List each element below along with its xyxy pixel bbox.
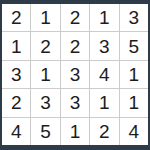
puzzle-grid: 2121312235313412331145124 xyxy=(2,4,148,145)
cell-r2c3[interactable]: 2 xyxy=(61,32,89,59)
cell-r2c5[interactable]: 5 xyxy=(120,32,148,59)
cell-r3c2[interactable]: 1 xyxy=(31,61,59,88)
cell-r1c5[interactable]: 3 xyxy=(120,4,148,31)
cell-r1c1[interactable]: 2 xyxy=(2,4,30,31)
cell-r4c3[interactable]: 3 xyxy=(61,89,89,116)
puzzle-board-frame: 2121312235313412331145124 xyxy=(0,0,150,150)
cell-r3c5[interactable]: 1 xyxy=(120,61,148,88)
cell-r2c2[interactable]: 2 xyxy=(31,32,59,59)
cell-r4c5[interactable]: 1 xyxy=(120,89,148,116)
cell-r5c4[interactable]: 2 xyxy=(90,118,118,145)
cell-r2c4[interactable]: 3 xyxy=(90,32,118,59)
cell-r1c4[interactable]: 1 xyxy=(90,4,118,31)
cell-r4c4[interactable]: 1 xyxy=(90,89,118,116)
cell-r3c4[interactable]: 4 xyxy=(90,61,118,88)
cell-r4c1[interactable]: 2 xyxy=(2,89,30,116)
cell-r1c3[interactable]: 2 xyxy=(61,4,89,31)
cell-r4c2[interactable]: 3 xyxy=(31,89,59,116)
cell-r5c5[interactable]: 4 xyxy=(120,118,148,145)
cell-r5c1[interactable]: 4 xyxy=(2,118,30,145)
cell-r5c3[interactable]: 1 xyxy=(61,118,89,145)
cell-r2c1[interactable]: 1 xyxy=(2,32,30,59)
cell-r1c2[interactable]: 1 xyxy=(31,4,59,31)
cell-r5c2[interactable]: 5 xyxy=(31,118,59,145)
cell-r3c3[interactable]: 3 xyxy=(61,61,89,88)
cell-r3c1[interactable]: 3 xyxy=(2,61,30,88)
